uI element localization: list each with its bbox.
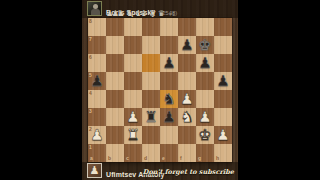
square-h5[interactable]: ♟ (214, 72, 232, 90)
square-c5[interactable] (124, 72, 142, 90)
file-label-g: g (198, 156, 201, 161)
square-b7[interactable] (106, 36, 124, 54)
piece-white-king[interactable]: ♚ (196, 126, 214, 144)
captured-bishop-x2: ♝♝ (135, 9, 147, 18)
square-c2[interactable]: ♜ (124, 126, 142, 144)
file-label-f: f (180, 156, 182, 161)
square-c3[interactable]: ♟ (124, 108, 142, 126)
square-d6[interactable] (142, 54, 160, 72)
square-b4[interactable] (106, 90, 124, 108)
square-c7[interactable] (124, 36, 142, 54)
square-a5[interactable]: 5♟ (88, 72, 106, 90)
square-f5[interactable] (178, 72, 196, 90)
square-e3[interactable]: ♟ (160, 108, 178, 126)
square-c1[interactable]: c (124, 144, 142, 162)
board: 87♟♚6♟♟5♟♟4♞♟3♟♜♟♞♟2♟♜♚♟1abcdefgh (88, 18, 232, 162)
square-g3[interactable]: ♟ (196, 108, 214, 126)
square-f3[interactable]: ♞ (178, 108, 196, 126)
square-a2[interactable]: 2♟ (88, 126, 106, 144)
piece-white-pawn[interactable]: ♟ (178, 90, 196, 108)
square-c4[interactable] (124, 90, 142, 108)
square-a6[interactable]: 6 (88, 54, 106, 72)
captured-pawn-x3: ♟♟♟ (106, 9, 124, 18)
piece-black-knight[interactable]: ♞ (160, 90, 178, 108)
piece-white-pawn[interactable]: ♟ (214, 126, 232, 144)
square-a8[interactable]: 8 (88, 18, 106, 36)
square-a4[interactable]: 4 (88, 90, 106, 108)
file-label-c: c (126, 156, 129, 161)
video-player: Boris Spassky (2548) ♟♟♟♞♝♝♜♛+1 87♟♚6♟♟5… (0, 0, 320, 180)
square-f7[interactable]: ♟ (178, 36, 196, 54)
square-h8[interactable] (214, 18, 232, 36)
square-c6[interactable] (124, 54, 142, 72)
square-g6[interactable]: ♟ (196, 54, 214, 72)
rank-label-7: 7 (89, 37, 92, 42)
rank-label-1: 1 (89, 145, 92, 150)
rank-label-3: 3 (89, 109, 92, 114)
square-a3[interactable]: 3 (88, 108, 106, 126)
square-b6[interactable] (106, 54, 124, 72)
piece-black-pawn[interactable]: ♟ (88, 72, 106, 90)
square-d4[interactable] (142, 90, 160, 108)
video-frame: Boris Spassky (2548) ♟♟♟♞♝♝♜♛+1 87♟♚6♟♟5… (82, 0, 238, 180)
square-f2[interactable] (178, 126, 196, 144)
square-f6[interactable] (178, 54, 196, 72)
square-g1[interactable]: g (196, 144, 214, 162)
square-f1[interactable]: f (178, 144, 196, 162)
square-h7[interactable] (214, 36, 232, 54)
file-label-d: d (144, 156, 147, 161)
piece-white-pawn[interactable]: ♟ (124, 108, 142, 126)
square-h6[interactable] (214, 54, 232, 72)
piece-white-pawn[interactable]: ♟ (88, 126, 106, 144)
piece-black-king[interactable]: ♚ (196, 36, 214, 54)
square-d1[interactable]: d (142, 144, 160, 162)
subscribe-reminder-text: Don't forget to subscribe (143, 168, 234, 176)
file-label-e: e (162, 156, 165, 161)
square-e2[interactable] (160, 126, 178, 144)
right-black-bar (238, 0, 320, 180)
piece-black-pawn[interactable]: ♟ (178, 36, 196, 54)
square-e8[interactable] (160, 18, 178, 36)
square-b8[interactable] (106, 18, 124, 36)
file-label-a: a (90, 156, 93, 161)
square-h1[interactable]: h (214, 144, 232, 162)
piece-black-pawn[interactable]: ♟ (160, 54, 178, 72)
square-h3[interactable] (214, 108, 232, 126)
piece-black-pawn[interactable]: ♟ (196, 54, 214, 72)
piece-black-pawn[interactable]: ♟ (214, 72, 232, 90)
square-e4[interactable]: ♞ (160, 90, 178, 108)
square-g2[interactable]: ♚ (196, 126, 214, 144)
square-g8[interactable] (196, 18, 214, 36)
square-c8[interactable] (124, 18, 142, 36)
square-e1[interactable]: e (160, 144, 178, 162)
square-a1[interactable]: 1a (88, 144, 106, 162)
captured-rook-x1: ♜ (149, 9, 156, 18)
square-d8[interactable] (142, 18, 160, 36)
piece-black-pawn[interactable]: ♟ (160, 108, 178, 126)
square-b2[interactable] (106, 126, 124, 144)
square-d3[interactable]: ♜ (142, 108, 160, 126)
square-b1[interactable]: b (106, 144, 124, 162)
square-f8[interactable] (178, 18, 196, 36)
rank-label-6: 6 (89, 55, 92, 60)
square-f4[interactable]: ♟ (178, 90, 196, 108)
square-a7[interactable]: 7 (88, 36, 106, 54)
piece-black-rook[interactable]: ♜ (142, 108, 160, 126)
square-g4[interactable] (196, 90, 214, 108)
piece-white-knight[interactable]: ♞ (178, 108, 196, 126)
rank-label-4: 4 (89, 91, 92, 96)
captured-knight-x1: ♞ (126, 9, 133, 18)
square-b3[interactable] (106, 108, 124, 126)
white-pawn-avatar-icon: ♟ (88, 164, 101, 177)
square-e7[interactable] (160, 36, 178, 54)
file-label-h: h (216, 156, 219, 161)
square-g5[interactable] (196, 72, 214, 90)
square-g7[interactable]: ♚ (196, 36, 214, 54)
square-d2[interactable] (142, 126, 160, 144)
left-black-bar (0, 0, 82, 180)
piece-white-pawn[interactable]: ♟ (196, 108, 214, 126)
square-h4[interactable] (214, 90, 232, 108)
top-captured-tray: ♟♟♟♞♝♝♜♛+1 (106, 9, 175, 18)
top-player-bar: Boris Spassky (2548) ♟♟♟♞♝♝♜♛+1 (82, 0, 238, 18)
avatar-photo-torso (91, 9, 100, 15)
file-label-b: b (108, 156, 111, 161)
bottom-player-avatar: ♟ (87, 163, 102, 178)
captured-queen-x1: ♛ (158, 9, 165, 18)
square-e5[interactable] (160, 72, 178, 90)
top-player-avatar (87, 1, 102, 16)
piece-white-rook[interactable]: ♜ (124, 126, 142, 144)
material-advantage: +1 (168, 11, 175, 17)
square-b5[interactable] (106, 72, 124, 90)
rank-label-8: 8 (89, 19, 92, 24)
square-d7[interactable] (142, 36, 160, 54)
square-e6[interactable]: ♟ (160, 54, 178, 72)
square-h2[interactable]: ♟ (214, 126, 232, 144)
square-d5[interactable] (142, 72, 160, 90)
